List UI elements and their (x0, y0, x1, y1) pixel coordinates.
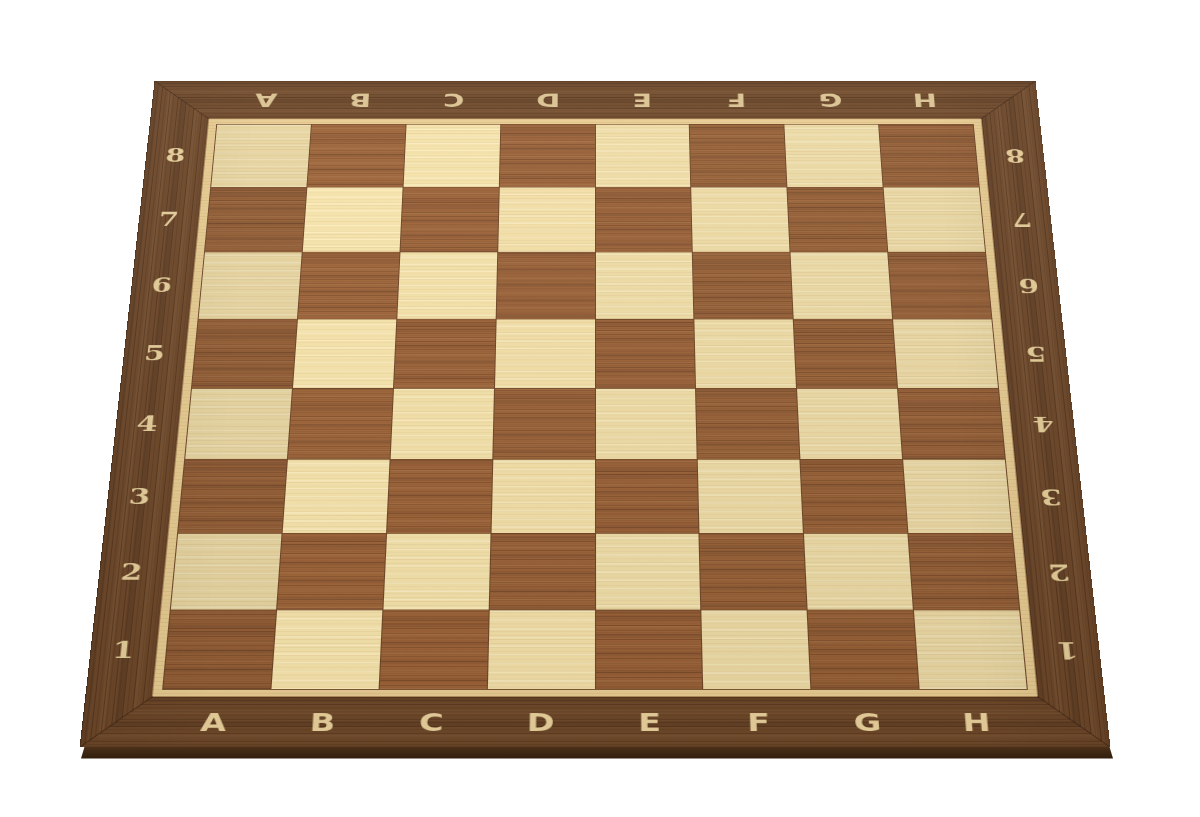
square-e2[interactable] (596, 534, 701, 610)
square-h6[interactable] (888, 252, 991, 318)
square-g2[interactable] (804, 534, 913, 610)
square-a2[interactable] (171, 534, 282, 610)
square-c7[interactable] (400, 187, 498, 251)
square-f3[interactable] (698, 460, 803, 533)
page: ABCDEFGH ABCDEFGH 87654321 87654321 (0, 0, 1200, 817)
square-e4[interactable] (596, 388, 698, 459)
square-g1[interactable] (808, 610, 919, 689)
square-a8[interactable] (211, 125, 311, 187)
square-e6[interactable] (595, 252, 693, 318)
square-e1[interactable] (596, 610, 703, 689)
square-d6[interactable] (496, 252, 594, 318)
square-c5[interactable] (394, 319, 496, 387)
square-h1[interactable] (914, 610, 1027, 689)
square-d1[interactable] (487, 610, 594, 689)
square-d2[interactable] (489, 534, 594, 610)
square-b7[interactable] (303, 187, 403, 251)
square-g7[interactable] (788, 187, 888, 251)
square-c6[interactable] (397, 252, 497, 318)
square-c4[interactable] (390, 388, 493, 459)
square-e5[interactable] (595, 319, 695, 387)
square-f5[interactable] (695, 319, 797, 387)
frame-bottom-rail (80, 697, 1111, 747)
square-b4[interactable] (288, 388, 393, 459)
squares-grid (162, 124, 1028, 690)
square-f4[interactable] (696, 388, 799, 459)
square-g4[interactable] (797, 388, 902, 459)
square-b5[interactable] (293, 319, 396, 387)
square-h4[interactable] (898, 388, 1005, 459)
square-b6[interactable] (298, 252, 399, 318)
square-e3[interactable] (596, 460, 699, 533)
square-d4[interactable] (493, 388, 595, 459)
square-c3[interactable] (387, 460, 492, 533)
square-c2[interactable] (383, 534, 490, 610)
square-d5[interactable] (495, 319, 595, 387)
square-a1[interactable] (163, 610, 276, 689)
square-c1[interactable] (379, 610, 488, 689)
square-b2[interactable] (277, 534, 386, 610)
square-h7[interactable] (884, 187, 985, 251)
square-h8[interactable] (879, 125, 979, 187)
square-a5[interactable] (192, 319, 297, 387)
square-f7[interactable] (692, 187, 790, 251)
board-scene: ABCDEFGH ABCDEFGH 87654321 87654321 (0, 0, 1200, 817)
square-f1[interactable] (702, 610, 811, 689)
square-a4[interactable] (185, 388, 292, 459)
square-b1[interactable] (271, 610, 382, 689)
square-g3[interactable] (801, 460, 908, 533)
square-f6[interactable] (693, 252, 793, 318)
square-f2[interactable] (700, 534, 807, 610)
square-h5[interactable] (893, 319, 998, 387)
square-b8[interactable] (307, 125, 405, 187)
square-a3[interactable] (178, 460, 287, 533)
frame-top-rail (150, 81, 1039, 119)
square-g6[interactable] (791, 252, 892, 318)
square-d7[interactable] (498, 187, 595, 251)
square-a7[interactable] (205, 187, 306, 251)
chessboard: ABCDEFGH ABCDEFGH 87654321 87654321 (80, 81, 1111, 747)
square-b3[interactable] (282, 460, 389, 533)
square-g5[interactable] (794, 319, 897, 387)
square-c8[interactable] (403, 125, 500, 187)
square-h2[interactable] (909, 534, 1020, 610)
square-d3[interactable] (491, 460, 594, 533)
square-f8[interactable] (690, 125, 787, 187)
square-h3[interactable] (903, 460, 1012, 533)
square-g8[interactable] (785, 125, 883, 187)
square-e7[interactable] (595, 187, 692, 251)
square-a6[interactable] (199, 252, 302, 318)
square-e8[interactable] (595, 125, 690, 187)
square-d8[interactable] (499, 125, 594, 187)
